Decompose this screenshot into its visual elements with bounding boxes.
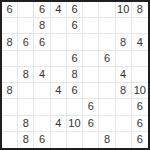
cell-r4c3-empty[interactable] — [34, 51, 50, 67]
cell-r4c5-given: 6 — [67, 51, 83, 67]
cell-r8c9-given: 6 — [132, 116, 148, 132]
cell-r1c9-given: 8 — [132, 2, 148, 18]
cell-r9c3-given: 6 — [34, 132, 50, 148]
cell-r3c3-given: 6 — [34, 34, 50, 50]
cell-r8c7-empty[interactable] — [99, 116, 115, 132]
cell-r8c8-empty[interactable] — [116, 116, 132, 132]
cell-r3c8-given: 8 — [116, 34, 132, 50]
cell-r1c3-given: 6 — [34, 2, 50, 18]
cell-r9c5-empty[interactable] — [67, 132, 83, 148]
cell-r4c7-given: 6 — [99, 51, 115, 67]
cell-r1c2-empty[interactable] — [18, 2, 34, 18]
cell-r2c8-empty[interactable] — [116, 18, 132, 34]
cell-r6c7-empty[interactable] — [99, 83, 115, 99]
cell-r7c8-empty[interactable] — [116, 99, 132, 115]
cell-r9c7-given: 8 — [99, 132, 115, 148]
cell-r8c3-empty[interactable] — [34, 116, 50, 132]
cell-r7c1-empty[interactable] — [2, 99, 18, 115]
cell-r7c3-empty[interactable] — [34, 99, 50, 115]
cell-r5c5-given: 8 — [67, 67, 83, 83]
cell-r7c9-given: 6 — [132, 99, 148, 115]
cell-r5c6-empty[interactable] — [83, 67, 99, 83]
cell-r6c5-given: 6 — [67, 83, 83, 99]
cell-r3c6-empty[interactable] — [83, 34, 99, 50]
cell-r4c9-empty[interactable] — [132, 51, 148, 67]
cell-r3c9-given: 4 — [132, 34, 148, 50]
cell-r7c2-empty[interactable] — [18, 99, 34, 115]
cell-r1c1-given: 6 — [2, 2, 18, 18]
cell-r1c4-given: 4 — [51, 2, 67, 18]
cell-r7c7-empty[interactable] — [99, 99, 115, 115]
cell-r9c6-empty[interactable] — [83, 132, 99, 148]
cell-r9c2-given: 8 — [18, 132, 34, 148]
cell-r2c1-empty[interactable] — [2, 18, 18, 34]
cell-r2c2-empty[interactable] — [18, 18, 34, 34]
cell-r4c6-empty[interactable] — [83, 51, 99, 67]
cell-r4c4-empty[interactable] — [51, 51, 67, 67]
cell-r5c8-given: 4 — [116, 67, 132, 83]
cell-r6c2-empty[interactable] — [18, 83, 34, 99]
cell-r4c8-empty[interactable] — [116, 51, 132, 67]
cell-r7c5-empty[interactable] — [67, 99, 83, 115]
cell-r5c1-empty[interactable] — [2, 67, 18, 83]
cell-r8c2-given: 8 — [18, 116, 34, 132]
cell-r2c6-empty[interactable] — [83, 18, 99, 34]
cell-r3c4-empty[interactable] — [51, 34, 67, 50]
cell-r7c6-given: 6 — [83, 99, 99, 115]
cell-r6c1-given: 8 — [2, 83, 18, 99]
cell-r3c7-empty[interactable] — [99, 34, 115, 50]
cell-r8c1-empty[interactable] — [2, 116, 18, 132]
cell-r2c4-empty[interactable] — [51, 18, 67, 34]
cell-r1c7-empty[interactable] — [99, 2, 115, 18]
cell-r4c2-empty[interactable] — [18, 51, 34, 67]
cell-r1c5-given: 6 — [67, 2, 83, 18]
cell-r5c9-empty[interactable] — [132, 67, 148, 83]
cell-r6c9-given: 10 — [132, 83, 148, 99]
cell-r3c1-given: 8 — [2, 34, 18, 50]
cell-r8c4-given: 4 — [51, 116, 67, 132]
cell-r2c7-empty[interactable] — [99, 18, 115, 34]
cell-r8c5-given: 10 — [67, 116, 83, 132]
cell-r5c3-given: 4 — [34, 67, 50, 83]
cell-r3c5-empty[interactable] — [67, 34, 83, 50]
cell-r7c4-empty[interactable] — [51, 99, 67, 115]
cell-r6c4-given: 4 — [51, 83, 67, 99]
cell-r9c8-empty[interactable] — [116, 132, 132, 148]
cell-r2c3-given: 8 — [34, 18, 50, 34]
sudoku-board: 66461088686684668484846810668410668686 — [0, 0, 150, 150]
cell-r6c3-empty[interactable] — [34, 83, 50, 99]
cell-r8c6-given: 6 — [83, 116, 99, 132]
cell-r5c2-given: 8 — [18, 67, 34, 83]
cell-r9c4-empty[interactable] — [51, 132, 67, 148]
cell-r2c5-given: 6 — [67, 18, 83, 34]
cell-r2c9-empty[interactable] — [132, 18, 148, 34]
cell-r6c6-empty[interactable] — [83, 83, 99, 99]
cell-r1c6-empty[interactable] — [83, 2, 99, 18]
cell-r4c1-empty[interactable] — [2, 51, 18, 67]
cell-r9c9-given: 6 — [132, 132, 148, 148]
cell-r5c7-empty[interactable] — [99, 67, 115, 83]
cell-r9c1-empty[interactable] — [2, 132, 18, 148]
cell-r6c8-given: 8 — [116, 83, 132, 99]
cell-r5c4-empty[interactable] — [51, 67, 67, 83]
cell-r3c2-given: 6 — [18, 34, 34, 50]
cell-r1c8-given: 10 — [116, 2, 132, 18]
